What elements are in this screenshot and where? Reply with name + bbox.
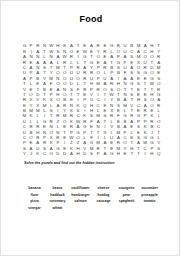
instruction-text: Solve the puzzle and find out the hidden… bbox=[24, 161, 164, 165]
word-list-item: rosemary bbox=[47, 200, 68, 204]
word-list-item: spaghetti bbox=[116, 200, 137, 204]
grid-cell: Q bbox=[155, 152, 162, 157]
word-list-item: hamburger bbox=[70, 194, 91, 198]
word-list-item: cheese bbox=[93, 187, 114, 191]
grid-cell: A bbox=[102, 152, 109, 157]
grid-cell: C bbox=[41, 152, 48, 157]
word-list-item: flour bbox=[24, 194, 45, 198]
grid-cell: D bbox=[55, 152, 62, 157]
grid-cell: G bbox=[108, 152, 115, 157]
grid-cell: A bbox=[68, 152, 75, 157]
word-list-item: cauliflower bbox=[70, 187, 91, 191]
word-list-item: pineapple bbox=[139, 194, 160, 198]
word-list-item: haddock bbox=[47, 194, 68, 198]
word-list-item: pizza bbox=[24, 200, 45, 204]
word-list-item: beans bbox=[47, 187, 68, 191]
worksheet-page: Food GPRNWHEATEAREGRUBMAHTBIATWSNOEWEYRL… bbox=[0, 0, 180, 256]
page-title: Food bbox=[1, 14, 180, 24]
grid-cell: H bbox=[75, 152, 82, 157]
word-list-item: sausage bbox=[93, 200, 114, 204]
word-list-item: pear bbox=[116, 194, 137, 198]
word-list-item: hotdog bbox=[93, 194, 114, 198]
grid-cell: P bbox=[95, 152, 102, 157]
grid-cell: O bbox=[48, 152, 55, 157]
grid-cell: Y bbox=[21, 152, 28, 157]
word-list-item: courgette bbox=[116, 187, 137, 191]
word-list: bananabeanscauliflowercheesecourgettecuc… bbox=[24, 187, 160, 211]
grid-cell: T bbox=[128, 152, 135, 157]
word-list-item: cucumber bbox=[139, 187, 160, 191]
word-list-item: vinegar bbox=[24, 207, 45, 211]
grid-cell: E bbox=[122, 152, 129, 157]
word-list-item: wheat bbox=[47, 207, 68, 211]
grid-cell: J bbox=[28, 152, 35, 157]
grid-cell: T bbox=[135, 152, 142, 157]
grid-cell: I bbox=[142, 152, 149, 157]
word-list-item: banana bbox=[24, 187, 45, 191]
grid-cell: H bbox=[149, 152, 156, 157]
grid-cell: H bbox=[115, 152, 122, 157]
grid-cell: S bbox=[88, 152, 95, 157]
word-list-item: tomato bbox=[139, 200, 160, 204]
word-list-item: salmon bbox=[70, 200, 91, 204]
word-search-grid: GPRNWHEATEAREGRUBMAHTBIATWSNOEWEYRLOUCAC… bbox=[21, 44, 162, 157]
grid-cell: D bbox=[81, 152, 88, 157]
grid-cell: K bbox=[34, 152, 41, 157]
grid-cell: D bbox=[61, 152, 68, 157]
